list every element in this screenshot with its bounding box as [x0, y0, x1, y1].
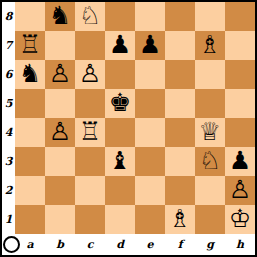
file-label-c: c	[75, 234, 105, 255]
square-g7[interactable]: ♗	[195, 31, 225, 60]
square-b6[interactable]: ♙	[45, 60, 75, 89]
square-g8[interactable]	[195, 2, 225, 31]
square-a6[interactable]: ♞	[15, 60, 45, 89]
square-a3[interactable]	[15, 147, 45, 176]
piece-black-knight: ♞	[19, 61, 41, 86]
piece-black-pawn: ♟	[229, 148, 251, 173]
square-g3[interactable]: ♘	[195, 147, 225, 176]
rank-label-5: 5	[2, 89, 15, 118]
square-a4[interactable]	[15, 118, 45, 147]
piece-black-pawn: ♟	[109, 32, 131, 57]
piece-white-knight: ♘	[79, 3, 101, 28]
square-c1[interactable]	[75, 205, 105, 234]
square-f2[interactable]	[165, 176, 195, 205]
square-h5[interactable]	[225, 89, 255, 118]
square-c4[interactable]: ♖	[75, 118, 105, 147]
chess-board: 8♞♘7♖♟♟♗6♞♙♙5♚4♙♖♕3♝♘♟2♙1♗♔abcdefgh	[2, 2, 255, 255]
square-f5[interactable]	[165, 89, 195, 118]
square-c2[interactable]	[75, 176, 105, 205]
square-a8[interactable]	[15, 2, 45, 31]
piece-white-king: ♔	[229, 206, 251, 231]
square-c7[interactable]	[75, 31, 105, 60]
square-g2[interactable]	[195, 176, 225, 205]
file-label-d: d	[105, 234, 135, 255]
square-b1[interactable]	[45, 205, 75, 234]
piece-white-pawn: ♙	[49, 119, 71, 144]
rank-label-3: 3	[2, 147, 15, 176]
file-label-b: b	[45, 234, 75, 255]
piece-white-bishop: ♗	[169, 206, 191, 231]
piece-white-pawn: ♙	[49, 61, 71, 86]
square-d6[interactable]	[105, 60, 135, 89]
square-c6[interactable]: ♙	[75, 60, 105, 89]
square-g6[interactable]	[195, 60, 225, 89]
square-d5[interactable]: ♚	[105, 89, 135, 118]
square-g5[interactable]	[195, 89, 225, 118]
file-label-h: h	[225, 234, 255, 255]
rank-label-2: 2	[2, 176, 15, 205]
square-f1[interactable]: ♗	[165, 205, 195, 234]
square-f7[interactable]	[165, 31, 195, 60]
square-f3[interactable]	[165, 147, 195, 176]
rank-label-8: 8	[2, 2, 15, 31]
square-f6[interactable]	[165, 60, 195, 89]
square-d1[interactable]	[105, 205, 135, 234]
square-a7[interactable]: ♖	[15, 31, 45, 60]
square-f8[interactable]	[165, 2, 195, 31]
square-c3[interactable]	[75, 147, 105, 176]
rank-label-6: 6	[2, 60, 15, 89]
square-h1[interactable]: ♔	[225, 205, 255, 234]
piece-white-knight: ♘	[199, 148, 221, 173]
square-a5[interactable]	[15, 89, 45, 118]
square-d8[interactable]	[105, 2, 135, 31]
square-b2[interactable]	[45, 176, 75, 205]
square-h6[interactable]	[225, 60, 255, 89]
square-b8[interactable]: ♞	[45, 2, 75, 31]
piece-white-pawn: ♙	[229, 177, 251, 202]
square-e4[interactable]	[135, 118, 165, 147]
piece-white-rook: ♖	[19, 32, 41, 57]
square-b5[interactable]	[45, 89, 75, 118]
file-label-e: e	[135, 234, 165, 255]
square-h8[interactable]	[225, 2, 255, 31]
piece-black-knight: ♞	[49, 3, 71, 28]
square-h2[interactable]: ♙	[225, 176, 255, 205]
piece-white-rook: ♖	[79, 119, 101, 144]
square-b7[interactable]	[45, 31, 75, 60]
square-e7[interactable]: ♟	[135, 31, 165, 60]
square-h3[interactable]: ♟	[225, 147, 255, 176]
square-e3[interactable]	[135, 147, 165, 176]
square-d4[interactable]	[105, 118, 135, 147]
square-a1[interactable]	[15, 205, 45, 234]
square-a2[interactable]	[15, 176, 45, 205]
chess-diagram: 8♞♘7♖♟♟♗6♞♙♙5♚4♙♖♕3♝♘♟2♙1♗♔abcdefgh	[0, 0, 257, 257]
square-e2[interactable]	[135, 176, 165, 205]
piece-black-pawn: ♟	[139, 32, 161, 57]
square-h4[interactable]	[225, 118, 255, 147]
square-b3[interactable]	[45, 147, 75, 176]
piece-black-bishop: ♝	[109, 148, 131, 173]
square-h7[interactable]	[225, 31, 255, 60]
square-d7[interactable]: ♟	[105, 31, 135, 60]
file-label-g: g	[195, 234, 225, 255]
piece-white-pawn: ♙	[79, 61, 101, 86]
file-label-f: f	[165, 234, 195, 255]
square-b4[interactable]: ♙	[45, 118, 75, 147]
rank-label-1: 1	[2, 205, 15, 234]
rank-label-4: 4	[2, 118, 15, 147]
square-g4[interactable]: ♕	[195, 118, 225, 147]
rank-label-7: 7	[2, 31, 15, 60]
square-f4[interactable]	[165, 118, 195, 147]
white-to-move-circle-icon	[3, 236, 20, 253]
piece-white-queen: ♕	[199, 119, 221, 144]
square-c5[interactable]	[75, 89, 105, 118]
square-e5[interactable]	[135, 89, 165, 118]
square-e8[interactable]	[135, 2, 165, 31]
square-c8[interactable]: ♘	[75, 2, 105, 31]
square-g1[interactable]	[195, 205, 225, 234]
piece-white-bishop: ♗	[199, 32, 221, 57]
square-d3[interactable]: ♝	[105, 147, 135, 176]
square-e6[interactable]	[135, 60, 165, 89]
side-to-move-indicator	[2, 234, 15, 255]
square-e1[interactable]	[135, 205, 165, 234]
piece-black-king: ♚	[109, 90, 131, 115]
square-d2[interactable]	[105, 176, 135, 205]
